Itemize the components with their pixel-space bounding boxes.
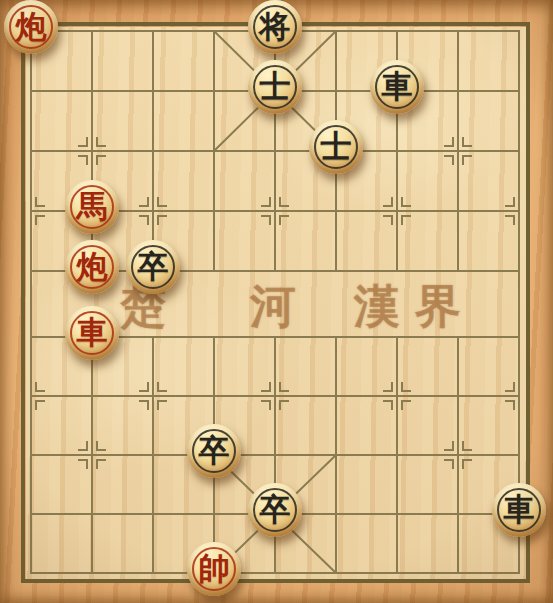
- black-chariot-piece[interactable]: 車: [370, 60, 424, 114]
- piece-ring: 卒: [253, 488, 297, 532]
- piece-ring: 帥: [192, 547, 236, 591]
- piece-glyph: 帥: [199, 553, 230, 584]
- piece-glyph: 車: [382, 71, 413, 102]
- piece-glyph: 卒: [199, 435, 230, 466]
- piece-ring: 馬: [70, 185, 114, 229]
- piece-ring: 士: [314, 125, 358, 169]
- black-soldier-piece[interactable]: 卒: [126, 240, 180, 294]
- piece-glyph: 士: [260, 71, 291, 102]
- piece-ring: 卒: [131, 245, 175, 289]
- red-cannon-piece[interactable]: 炮: [4, 0, 58, 54]
- black-soldier-piece[interactable]: 卒: [187, 424, 241, 478]
- red-cannon-piece[interactable]: 炮: [65, 240, 119, 294]
- black-advisor-piece[interactable]: 士: [309, 120, 363, 174]
- piece-ring: 士: [253, 65, 297, 109]
- piece-glyph: 将: [260, 11, 291, 42]
- piece-glyph: 車: [504, 494, 535, 525]
- piece-glyph: 卒: [138, 251, 169, 282]
- piece-ring: 車: [70, 311, 114, 355]
- black-advisor-piece[interactable]: 士: [248, 60, 302, 114]
- black-chariot-piece[interactable]: 車: [492, 483, 546, 537]
- black-general-piece[interactable]: 将: [248, 0, 302, 54]
- red-general-piece[interactable]: 帥: [187, 542, 241, 596]
- piece-glyph: 士: [321, 131, 352, 162]
- piece-ring: 将: [253, 5, 297, 49]
- piece-glyph: 卒: [260, 494, 291, 525]
- piece-glyph: 炮: [16, 11, 47, 42]
- xiangqi-board: 楚河 漢界 炮将士車士馬炮卒車卒卒車帥: [0, 0, 553, 603]
- red-chariot-piece[interactable]: 車: [65, 306, 119, 360]
- black-soldier-piece[interactable]: 卒: [248, 483, 302, 537]
- piece-glyph: 馬: [77, 191, 108, 222]
- piece-ring: 卒: [192, 429, 236, 473]
- piece-ring: 炮: [70, 245, 114, 289]
- piece-ring: 炮: [9, 5, 53, 49]
- piece-ring: 車: [497, 488, 541, 532]
- piece-ring: 車: [375, 65, 419, 109]
- red-horse-piece[interactable]: 馬: [65, 180, 119, 234]
- piece-glyph: 車: [77, 317, 108, 348]
- piece-glyph: 炮: [77, 251, 108, 282]
